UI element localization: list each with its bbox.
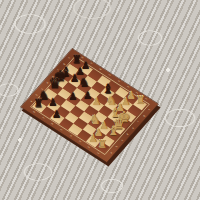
rank-label: 6 (99, 68, 102, 70)
file-label: d (46, 81, 49, 83)
file-label: g (143, 115, 146, 117)
rank-label: 2 (136, 92, 139, 94)
file-label: c (40, 88, 43, 90)
rank-label: 8 (81, 56, 84, 58)
rank-label: 6 (51, 123, 54, 125)
rank-label: 4 (69, 134, 72, 136)
file-label: f (57, 69, 60, 71)
rank-label: 8 (33, 111, 36, 113)
chess-photo-scene: aa88bb77cc66dd55ee44ff33gg22hh11 ♜♞♛♚♝♜♟… (0, 0, 200, 200)
file-label: d (126, 133, 129, 135)
rank-label: 5 (108, 74, 111, 76)
file-label: b (115, 146, 118, 148)
rank-label: 4 (117, 80, 120, 82)
rank-label: 2 (88, 146, 91, 148)
rank-label: 1 (145, 98, 148, 100)
rank-label: 5 (60, 129, 63, 131)
file-label: g (62, 63, 65, 65)
rank-label: 3 (78, 140, 81, 142)
rank-label: 7 (42, 117, 45, 119)
rank-label: 1 (97, 152, 100, 154)
file-label: a (29, 100, 32, 102)
rank-label: 3 (127, 86, 130, 88)
rank-label: 7 (90, 62, 93, 64)
file-label: h (148, 108, 151, 110)
file-label: f (137, 121, 140, 123)
file-label: e (51, 75, 54, 77)
file-label: a (110, 152, 113, 154)
file-label: b (35, 94, 38, 96)
file-label: h (68, 57, 71, 59)
file-label: e (132, 127, 135, 129)
file-label: c (121, 139, 124, 141)
